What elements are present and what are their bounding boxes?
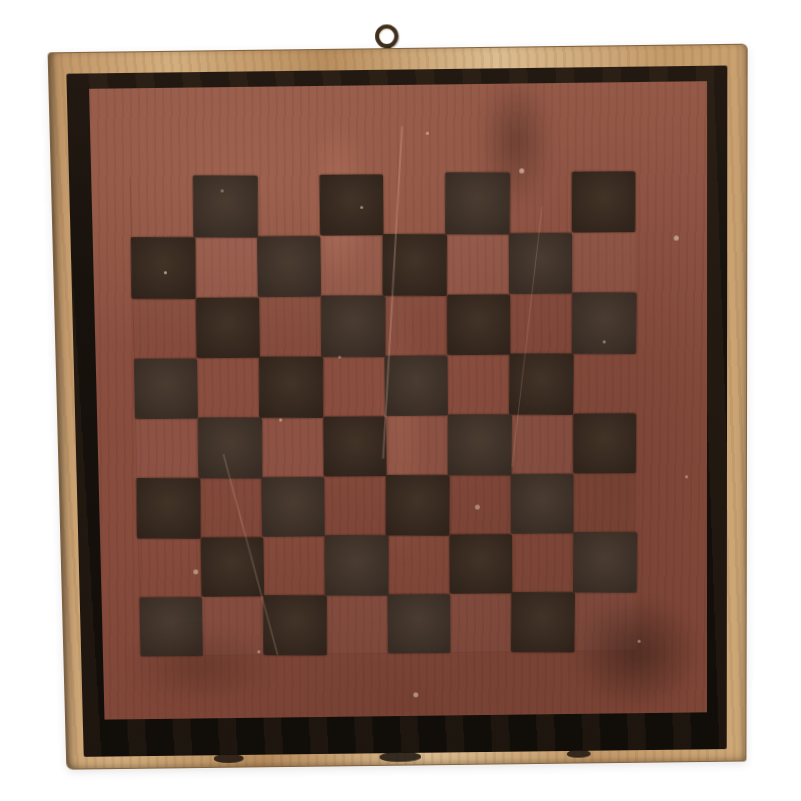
board-square xyxy=(508,172,571,234)
photo-canvas xyxy=(0,0,801,801)
board-square xyxy=(387,535,450,595)
board-square xyxy=(196,358,260,419)
board-square xyxy=(262,536,325,596)
board-square xyxy=(382,173,446,235)
board-square xyxy=(509,233,572,294)
board-square xyxy=(256,175,320,237)
board-square xyxy=(509,354,573,415)
board-square xyxy=(260,417,323,478)
board-square xyxy=(200,537,263,596)
board-square xyxy=(445,172,509,234)
board-square xyxy=(130,176,194,238)
board-square xyxy=(386,475,450,536)
board-square xyxy=(320,296,384,358)
board-square xyxy=(132,298,196,359)
board-square xyxy=(446,234,509,295)
board-square xyxy=(323,476,386,536)
board-square xyxy=(192,175,257,237)
board-square xyxy=(325,595,388,655)
board-square xyxy=(572,532,636,592)
game-board xyxy=(48,44,748,770)
board-square xyxy=(383,295,446,356)
board-square xyxy=(201,596,264,656)
board-square xyxy=(259,357,323,418)
board-square xyxy=(571,171,634,232)
board-field xyxy=(89,81,707,719)
board-square xyxy=(195,298,258,359)
board-square xyxy=(385,356,448,416)
board-square xyxy=(135,418,199,479)
board-square xyxy=(139,597,202,656)
board-square xyxy=(136,478,200,539)
paint-drip xyxy=(380,752,422,762)
board-square xyxy=(197,418,261,479)
paint-drip xyxy=(567,750,591,758)
board-square xyxy=(320,235,384,296)
board-square xyxy=(131,237,196,299)
board-square xyxy=(257,236,320,297)
board-square xyxy=(263,595,326,655)
board-square xyxy=(324,535,387,595)
board-square xyxy=(385,415,448,476)
board-square xyxy=(510,414,573,475)
board-square xyxy=(261,477,324,537)
board-square xyxy=(447,414,511,475)
paint-drip xyxy=(214,754,244,763)
board-square xyxy=(571,292,635,354)
board-square xyxy=(138,538,201,598)
ring-loop xyxy=(375,24,399,48)
board-square xyxy=(319,174,382,235)
board-square xyxy=(258,297,322,358)
board-square xyxy=(322,356,385,417)
board-square xyxy=(511,533,574,593)
board-square xyxy=(572,353,635,414)
board-square xyxy=(573,592,635,652)
board-square xyxy=(194,237,258,298)
board-square xyxy=(134,359,197,419)
board-square xyxy=(388,594,450,653)
board-square xyxy=(509,293,572,354)
board-square xyxy=(449,534,511,593)
board-square xyxy=(448,474,511,534)
checkerboard-grid xyxy=(130,171,636,657)
board-square xyxy=(382,234,446,296)
board-square xyxy=(447,294,510,355)
board-square xyxy=(511,474,573,534)
board-square xyxy=(323,416,386,476)
board-square xyxy=(511,592,575,652)
board-square xyxy=(573,413,636,473)
board-square xyxy=(199,478,262,538)
board-square xyxy=(449,593,512,653)
board-square xyxy=(573,473,636,533)
board-square xyxy=(447,355,510,416)
board-square xyxy=(572,232,635,293)
